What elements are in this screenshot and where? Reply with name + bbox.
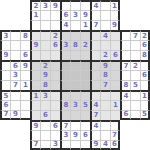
cell-r2c5-empty[interactable]	[50, 20, 60, 30]
cell-r6c3-empty[interactable]	[30, 60, 40, 70]
cell-r0c4-given-3: 3	[40, 0, 50, 10]
cell-r3c4-empty[interactable]	[40, 30, 50, 40]
cell-r8c2-given-1: 1	[20, 80, 30, 90]
cell-r6c7-empty[interactable]	[70, 60, 80, 70]
cell-r8c9-empty[interactable]	[90, 80, 100, 90]
cell-r5c12-empty[interactable]	[120, 50, 130, 60]
cell-r3c3-empty[interactable]	[30, 30, 40, 40]
cell-r11c8-empty[interactable]	[80, 110, 90, 120]
cell-r9c4-given-3: 3	[40, 90, 50, 100]
cell-r6c0-empty[interactable]	[0, 60, 10, 70]
cell-r8c4-given-8: 8	[40, 80, 50, 90]
cell-r3c0-given-3: 3	[0, 30, 10, 40]
cell-r5c10-given-2: 2	[100, 50, 110, 60]
cell-r10c3-empty[interactable]	[30, 100, 40, 110]
cell-r5c2-given-6: 6	[20, 50, 30, 60]
cell-r13c4-empty[interactable]	[40, 130, 50, 140]
cell-r0c6-empty[interactable]	[60, 0, 70, 10]
cell-r4c0-empty[interactable]	[0, 40, 10, 50]
cell-r1c5-empty[interactable]	[50, 10, 60, 20]
cell-r7c1-given-3: 3	[10, 70, 20, 80]
cell-r4c3-given-9: 9	[30, 40, 40, 50]
cell-r5c13-empty[interactable]	[130, 50, 140, 60]
cell-r8c0-empty[interactable]	[0, 80, 10, 90]
cell-r10c8-given-5: 5	[80, 100, 90, 110]
cell-r4c12-empty[interactable]	[120, 40, 130, 50]
cell-r3c5-given-2: 2	[50, 30, 60, 40]
cell-r1c3-given-1: 1	[30, 10, 40, 20]
cell-r10c10-empty[interactable]	[100, 100, 110, 110]
cell-r12c6-given-7: 7	[60, 120, 70, 130]
cell-r8c8-empty[interactable]	[80, 80, 90, 90]
cell-r5c5-empty[interactable]	[50, 50, 60, 60]
cell-r3c13-given-7: 7	[130, 30, 140, 40]
cell-r14c3-given-7: 7	[30, 140, 40, 150]
cell-r13c9-empty[interactable]	[90, 130, 100, 140]
cell-r10c6-given-8: 8	[60, 100, 70, 110]
cell-r12c3-given-9: 9	[30, 120, 40, 130]
cell-r3c11-empty[interactable]	[110, 30, 120, 40]
cell-r7c9-empty[interactable]	[90, 70, 100, 80]
cell-r14c4-empty[interactable]	[40, 140, 50, 150]
cell-r3c14-given-2: 2	[140, 30, 150, 40]
cell-r10c7-given-3: 3	[70, 100, 80, 110]
cell-r3c10-given-4: 4	[100, 30, 110, 40]
cell-r11c3-empty[interactable]	[30, 110, 40, 120]
cell-r3c6-empty[interactable]	[60, 30, 70, 40]
cell-r5c14-given-8: 8	[140, 50, 150, 60]
cell-r1c8-given-9: 9	[80, 10, 90, 20]
cell-r3c7-empty[interactable]	[70, 30, 80, 40]
cell-r8c10-given-7: 7	[100, 80, 110, 90]
cell-r1c9-empty[interactable]	[90, 10, 100, 20]
cell-r4c7-given-8: 8	[70, 40, 80, 50]
cell-r12c8-empty[interactable]	[80, 120, 90, 130]
cell-r13c5-empty[interactable]	[50, 130, 60, 140]
cell-r11c10-empty[interactable]	[100, 110, 110, 120]
cell-r9c8-empty[interactable]	[80, 90, 90, 100]
cell-r11c6-empty[interactable]	[60, 110, 70, 120]
cell-r8c14-empty[interactable]	[140, 80, 150, 90]
cell-r14c8-empty[interactable]	[80, 140, 90, 150]
cell-r5c6-empty[interactable]	[60, 50, 70, 60]
cell-r4c6-given-3: 3	[60, 40, 70, 50]
cell-r9c1-empty[interactable]	[10, 90, 20, 100]
cell-r1c10-empty[interactable]	[100, 10, 110, 20]
cell-r2c11-given-9: 9	[110, 20, 120, 30]
cell-r9c9-empty[interactable]	[90, 90, 100, 100]
cell-r0c9-given-4: 4	[90, 0, 100, 10]
cell-r4c13-empty[interactable]	[130, 40, 140, 50]
cell-r9c0-given-5: 5	[0, 90, 10, 100]
cell-r13c6-given-3: 3	[60, 130, 70, 140]
cell-r10c13-empty[interactable]	[130, 100, 140, 110]
cell-r12c5-given-6: 6	[50, 120, 60, 130]
cell-r0c8-empty[interactable]	[80, 0, 90, 10]
cell-r7c14-given-6: 6	[140, 70, 150, 80]
cell-r5c11-given-6: 6	[110, 50, 120, 60]
cell-r2c3-empty[interactable]	[30, 20, 40, 30]
cell-r2c6-given-4: 4	[60, 20, 70, 30]
cell-r12c7-empty[interactable]	[70, 120, 80, 130]
cell-r11c13-empty[interactable]	[130, 110, 140, 120]
cell-r5c1-empty[interactable]	[10, 50, 20, 60]
cell-r9c13-empty[interactable]	[130, 90, 140, 100]
cell-r6c9-empty[interactable]	[90, 60, 100, 70]
cell-r3c1-empty[interactable]	[10, 30, 20, 40]
cell-r14c6-empty[interactable]	[60, 140, 70, 150]
cell-r10c0-given-6: 6	[0, 100, 10, 110]
cell-r6c6-empty[interactable]	[60, 60, 70, 70]
cell-r12c11-empty[interactable]	[110, 120, 120, 130]
cell-r0c5-given-9: 9	[50, 0, 60, 10]
cell-r10c1-empty[interactable]	[10, 100, 20, 110]
cell-r10c12-empty[interactable]	[120, 100, 130, 110]
cell-r7c12-empty[interactable]	[120, 70, 130, 80]
cell-r1c7-given-3: 3	[70, 10, 80, 20]
cell-r9c6-empty[interactable]	[60, 90, 70, 100]
cell-r5c3-empty[interactable]	[30, 50, 40, 60]
cell-r2c9-given-7: 7	[90, 20, 100, 30]
cell-r6c12-given-7: 7	[120, 60, 130, 70]
cell-r11c2-empty[interactable]	[20, 110, 30, 120]
cell-r7c3-empty[interactable]	[30, 70, 40, 80]
cell-r0c3-given-2: 2	[30, 0, 40, 10]
cell-r4c4-empty[interactable]	[40, 40, 50, 50]
cell-r6c13-given-2: 2	[130, 60, 140, 70]
cell-r11c1-given-9: 9	[10, 110, 20, 120]
cell-r12c4-empty[interactable]	[40, 120, 50, 130]
cell-r7c6-empty[interactable]	[60, 70, 70, 80]
cell-r14c11-given-6: 6	[110, 140, 120, 150]
cell-r14c5-given-3: 3	[50, 140, 60, 150]
cell-r6c11-empty[interactable]	[110, 60, 120, 70]
cell-r6c8-empty[interactable]	[80, 60, 90, 70]
cell-r8c1-given-7: 7	[10, 80, 20, 90]
cell-r8c12-given-8: 8	[120, 80, 130, 90]
cell-r5c8-empty[interactable]	[80, 50, 90, 60]
cell-r13c10-empty[interactable]	[100, 130, 110, 140]
cell-r4c2-empty[interactable]	[20, 40, 30, 50]
cell-r4c9-empty[interactable]	[90, 40, 100, 50]
cell-r4c10-empty[interactable]	[100, 40, 110, 50]
cell-r6c10-given-9: 9	[100, 60, 110, 70]
cell-r4c1-empty[interactable]	[10, 40, 20, 50]
cell-r7c0-empty[interactable]	[0, 70, 10, 80]
cell-r11c9-given-7: 7	[90, 110, 100, 120]
cell-r3c8-empty[interactable]	[80, 30, 90, 40]
cell-r5c4-empty[interactable]	[40, 50, 50, 60]
cell-r14c7-empty[interactable]	[70, 140, 80, 150]
cell-r0c7-empty[interactable]	[70, 0, 80, 10]
cell-r2c4-empty[interactable]	[40, 20, 50, 30]
cell-r7c5-empty[interactable]	[50, 70, 60, 80]
cell-r9c11-empty[interactable]	[110, 90, 120, 100]
cell-r5c0-given-9: 9	[0, 50, 10, 60]
cell-r12c10-empty[interactable]	[100, 120, 110, 130]
cell-r9c3-given-1: 1	[30, 90, 40, 100]
cell-r8c5-empty[interactable]	[50, 80, 60, 90]
cell-r4c8-given-2: 2	[80, 40, 90, 50]
cell-r11c14-given-5: 5	[140, 110, 150, 120]
cell-r11c4-given-6: 6	[40, 110, 50, 120]
cell-r10c4-empty[interactable]	[40, 100, 50, 110]
cell-r3c9-empty[interactable]	[90, 30, 100, 40]
cell-r1c6-given-6: 6	[60, 10, 70, 20]
cell-r0c10-empty[interactable]	[100, 0, 110, 10]
cell-r3c2-given-8: 8	[20, 30, 30, 40]
cell-r7c11-empty[interactable]	[110, 70, 120, 80]
cell-r10c11-given-1: 1	[110, 100, 120, 110]
cell-r14c9-given-9: 9	[90, 140, 100, 150]
cell-r9c10-empty[interactable]	[100, 90, 110, 100]
cell-r11c12-given-6: 6	[120, 110, 130, 120]
cell-r10c9-given-4: 4	[90, 100, 100, 110]
cell-r7c13-empty[interactable]	[130, 70, 140, 80]
cell-r11c7-empty[interactable]	[70, 110, 80, 120]
cell-r10c5-empty[interactable]	[50, 100, 60, 110]
cell-r8c7-empty[interactable]	[70, 80, 80, 90]
cell-r9c12-given-4: 4	[120, 90, 130, 100]
cell-r0c11-given-1: 1	[110, 0, 120, 10]
cell-r7c8-empty[interactable]	[80, 70, 90, 80]
cell-r9c5-empty[interactable]	[50, 90, 60, 100]
cell-r8c13-given-5: 5	[130, 80, 140, 90]
cell-r7c10-given-8: 8	[100, 70, 110, 80]
cell-r8c3-empty[interactable]	[30, 80, 40, 90]
cell-r13c7-given-9: 9	[70, 130, 80, 140]
cell-r8c11-empty[interactable]	[110, 80, 120, 90]
cell-r11c0-given-7: 7	[0, 110, 10, 120]
cell-r4c11-empty[interactable]	[110, 40, 120, 50]
cell-r2c10-empty[interactable]	[100, 20, 110, 30]
cell-r7c2-empty[interactable]	[20, 70, 30, 80]
cell-r6c4-given-2: 2	[40, 60, 50, 70]
cell-r3c12-empty[interactable]	[120, 30, 130, 40]
cell-r11c11-empty[interactable]	[110, 110, 120, 120]
cell-r12c9-given-4: 4	[90, 120, 100, 130]
cell-r9c2-empty[interactable]	[20, 90, 30, 100]
cell-r9c7-empty[interactable]	[70, 90, 80, 100]
cell-r6c14-empty[interactable]	[140, 60, 150, 70]
cell-r5c7-empty[interactable]	[70, 50, 80, 60]
cell-r11c5-empty[interactable]	[50, 110, 60, 120]
cell-r6c2-given-9: 9	[20, 60, 30, 70]
cell-r9c14-given-1: 1	[140, 90, 150, 100]
cell-r13c8-given-6: 6	[80, 130, 90, 140]
cell-r7c4-given-9: 9	[40, 70, 50, 80]
cell-r2c8-given-1: 1	[80, 20, 90, 30]
cell-r13c3-empty[interactable]	[30, 130, 40, 140]
cell-r13c11-given-7: 7	[110, 130, 120, 140]
cell-r6c5-empty[interactable]	[50, 60, 60, 70]
cell-r7c7-empty[interactable]	[70, 70, 80, 80]
cell-r8c6-empty[interactable]	[60, 80, 70, 90]
cell-r4c5-given-6: 6	[50, 40, 60, 50]
cell-r14c10-given-4: 4	[100, 140, 110, 150]
cell-r6c1-given-6: 6	[10, 60, 20, 70]
board: 2394116394179382472963826962686929723986…	[0, 0, 150, 150]
cell-r10c14-empty[interactable]	[140, 100, 150, 110]
cell-r4c14-given-6: 6	[140, 40, 150, 50]
cell-r1c11-empty[interactable]	[110, 10, 120, 20]
cell-r10c2-empty[interactable]	[20, 100, 30, 110]
cell-r2c7-empty[interactable]	[70, 20, 80, 30]
cell-r5c9-empty[interactable]	[90, 50, 100, 60]
cell-r1c4-empty[interactable]	[40, 10, 50, 20]
